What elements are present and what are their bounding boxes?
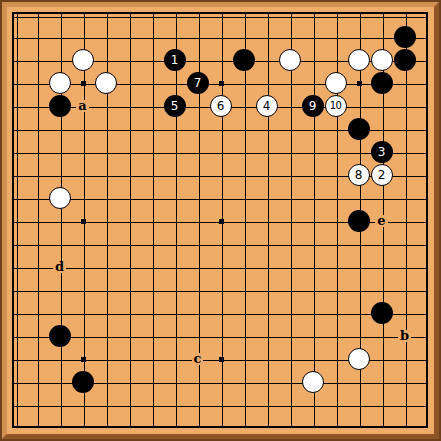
black-stone-R6: [371, 302, 393, 324]
white-stone-E16: [95, 72, 117, 94]
point-label-c: c: [192, 353, 204, 365]
white-stone-P15: 10: [325, 95, 347, 117]
move-number: 9: [309, 100, 317, 112]
black-stone-Q10: [348, 210, 370, 232]
move-number: 10: [330, 101, 342, 111]
white-stone-C16: [49, 72, 71, 94]
white-stone-O3: [302, 371, 324, 393]
move-number: 4: [263, 100, 271, 112]
white-stone-Q12: 8: [348, 164, 370, 186]
black-stone-D3: [72, 371, 94, 393]
move-number: 3: [378, 146, 386, 158]
point-label-a: a: [76, 100, 88, 112]
white-stone-K15: 6: [210, 95, 232, 117]
black-stone-L17: [233, 49, 255, 71]
black-stone-S18: [394, 26, 416, 48]
white-stone-Q17: [348, 49, 370, 71]
move-number: 7: [194, 77, 202, 89]
black-stone-J16: 7: [187, 72, 209, 94]
point-label-d: d: [53, 261, 66, 273]
go-board: 12345678910abcde: [2, 2, 439, 439]
black-stone-S17: [394, 49, 416, 71]
black-stone-C15: [49, 95, 71, 117]
white-stone-Q4: [348, 348, 370, 370]
go-diagram: 12345678910abcde: [0, 0, 441, 441]
black-stone-H17: 1: [164, 49, 186, 71]
white-stone-M15: 4: [256, 95, 278, 117]
point-label-e: e: [375, 215, 387, 227]
white-stone-P16: [325, 72, 347, 94]
white-stone-N17: [279, 49, 301, 71]
move-number: 5: [171, 100, 179, 112]
white-stone-D17: [72, 49, 94, 71]
point-label-b: b: [398, 330, 411, 342]
black-stone-R16: [371, 72, 393, 94]
black-stone-H15: 5: [164, 95, 186, 117]
move-number: 6: [217, 100, 225, 112]
black-stone-R13: 3: [371, 141, 393, 163]
black-stone-Q14: [348, 118, 370, 140]
white-stone-C11: [49, 187, 71, 209]
white-stone-R12: 2: [371, 164, 393, 186]
move-number: 8: [355, 169, 363, 181]
black-stone-O15: 9: [302, 95, 324, 117]
black-stone-C5: [49, 325, 71, 347]
move-number: 2: [378, 169, 386, 181]
white-stone-R17: [371, 49, 393, 71]
move-number: 1: [171, 54, 179, 66]
